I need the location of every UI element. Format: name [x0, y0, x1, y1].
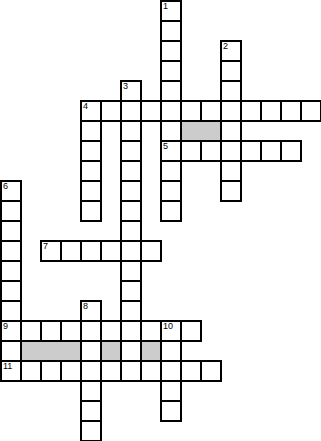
grid-cell[interactable]	[160, 380, 182, 402]
grid-cell[interactable]	[80, 340, 102, 362]
clue-number: 2	[223, 42, 228, 50]
grid-cell[interactable]	[120, 340, 142, 362]
grid-cell[interactable]	[280, 140, 302, 162]
clue-number: 3	[123, 82, 128, 90]
grid-cell[interactable]	[0, 240, 22, 262]
grid-cell[interactable]	[80, 180, 102, 202]
grid-cell[interactable]	[160, 20, 182, 42]
shaded-cell	[140, 340, 162, 362]
grid-cell[interactable]	[120, 100, 142, 122]
grid-cell[interactable]	[220, 100, 242, 122]
grid-cell[interactable]	[120, 120, 142, 142]
grid-cell[interactable]	[140, 320, 162, 342]
grid-cell[interactable]	[20, 360, 42, 382]
grid-cell[interactable]	[120, 180, 142, 202]
grid-cell[interactable]	[100, 240, 122, 262]
grid-cell[interactable]	[80, 320, 102, 342]
grid-cell[interactable]	[160, 40, 182, 62]
grid-cell[interactable]	[200, 140, 222, 162]
grid-cell[interactable]	[60, 360, 82, 382]
grid-cell[interactable]	[120, 220, 142, 242]
grid-cell[interactable]	[140, 360, 162, 382]
grid-cell[interactable]	[0, 220, 22, 242]
grid-cell[interactable]	[120, 260, 142, 282]
grid-cell[interactable]	[80, 380, 102, 402]
grid-cell[interactable]	[220, 60, 242, 82]
grid-cell[interactable]	[160, 120, 182, 142]
grid-cell[interactable]	[120, 280, 142, 302]
grid-cell[interactable]	[220, 180, 242, 202]
grid-cell[interactable]	[80, 240, 102, 262]
grid-cell[interactable]	[120, 160, 142, 182]
grid-cell[interactable]	[100, 100, 122, 122]
grid-cell[interactable]	[100, 320, 122, 342]
grid-cell[interactable]	[100, 360, 122, 382]
grid-cell[interactable]	[80, 420, 102, 441]
grid-cell[interactable]	[120, 320, 142, 342]
grid-cell[interactable]	[160, 200, 182, 222]
grid-cell[interactable]	[160, 100, 182, 122]
grid-cell[interactable]	[80, 140, 102, 162]
crossword-grid: 1234567891011	[0, 0, 321, 441]
grid-cell[interactable]	[0, 260, 22, 282]
grid-cell[interactable]	[240, 140, 262, 162]
clue-number: 4	[83, 102, 88, 110]
clue-number: 11	[3, 362, 12, 370]
clue-number: 6	[3, 182, 8, 190]
grid-cell[interactable]	[40, 320, 62, 342]
shaded-cell	[100, 340, 122, 362]
grid-cell[interactable]	[20, 320, 42, 342]
grid-cell[interactable]	[220, 160, 242, 182]
grid-cell[interactable]	[120, 140, 142, 162]
grid-cell[interactable]	[120, 240, 142, 262]
grid-cell[interactable]	[80, 120, 102, 142]
clue-number: 5	[163, 142, 168, 150]
shaded-cell	[180, 120, 222, 142]
grid-cell[interactable]	[260, 140, 282, 162]
grid-cell[interactable]	[240, 100, 262, 122]
grid-cell[interactable]	[140, 240, 162, 262]
grid-cell[interactable]	[200, 100, 222, 122]
grid-cell[interactable]	[160, 160, 182, 182]
grid-cell[interactable]	[0, 300, 22, 322]
grid-cell[interactable]	[200, 360, 222, 382]
grid-cell[interactable]	[180, 100, 202, 122]
grid-cell[interactable]	[80, 200, 102, 222]
grid-cell[interactable]	[160, 180, 182, 202]
clue-number: 7	[43, 242, 48, 250]
grid-cell[interactable]	[260, 100, 282, 122]
clue-number: 8	[83, 302, 88, 310]
clue-number: 9	[3, 322, 8, 330]
grid-cell[interactable]	[160, 60, 182, 82]
grid-cell[interactable]	[0, 340, 22, 362]
grid-cell[interactable]	[220, 140, 242, 162]
grid-cell[interactable]	[60, 320, 82, 342]
grid-cell[interactable]	[120, 200, 142, 222]
grid-cell[interactable]	[220, 80, 242, 102]
grid-cell[interactable]	[180, 140, 202, 162]
grid-cell[interactable]	[160, 80, 182, 102]
grid-cell[interactable]	[40, 360, 62, 382]
grid-cell[interactable]	[140, 100, 162, 122]
grid-cell[interactable]	[80, 360, 102, 382]
grid-cell[interactable]	[180, 320, 202, 342]
grid-cell[interactable]	[80, 400, 102, 422]
grid-cell[interactable]	[220, 120, 242, 142]
grid-cell[interactable]	[120, 360, 142, 382]
grid-cell[interactable]	[160, 360, 182, 382]
shaded-cell	[20, 340, 82, 362]
grid-cell[interactable]	[160, 400, 182, 422]
grid-cell[interactable]	[300, 100, 321, 122]
grid-cell[interactable]	[0, 280, 22, 302]
grid-cell[interactable]	[80, 160, 102, 182]
grid-cell[interactable]	[280, 100, 302, 122]
grid-cell[interactable]	[120, 300, 142, 322]
grid-cell[interactable]	[160, 340, 182, 362]
clue-number: 1	[163, 2, 168, 10]
clue-number: 10	[163, 322, 173, 330]
grid-cell[interactable]	[180, 360, 202, 382]
grid-cell[interactable]	[60, 240, 82, 262]
grid-cell[interactable]	[0, 200, 22, 222]
